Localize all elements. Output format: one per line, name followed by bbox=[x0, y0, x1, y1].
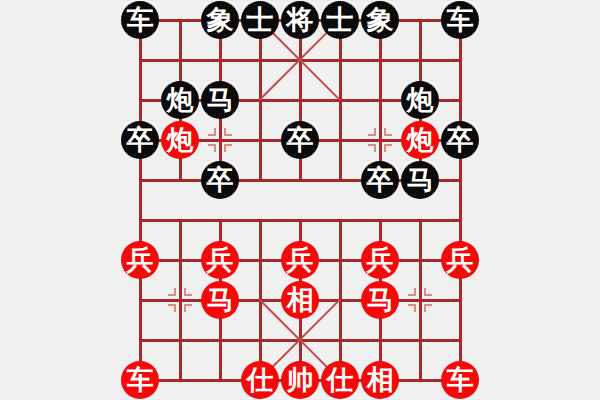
piece-black-soldier[interactable]: 卒 bbox=[121, 121, 159, 159]
point-marker-corner bbox=[184, 304, 192, 312]
piece-red-cannon[interactable]: 炮 bbox=[161, 121, 199, 159]
piece-black-advisor[interactable]: 士 bbox=[241, 1, 279, 39]
piece-black-general[interactable]: 将 bbox=[281, 1, 319, 39]
point-marker bbox=[208, 128, 232, 152]
piece-black-chariot[interactable]: 车 bbox=[121, 1, 159, 39]
point-marker-corner bbox=[424, 288, 432, 296]
piece-black-elephant[interactable]: 象 bbox=[361, 1, 399, 39]
piece-red-chariot[interactable]: 车 bbox=[441, 361, 479, 399]
point-marker-corner bbox=[384, 128, 392, 136]
piece-black-elephant[interactable]: 象 bbox=[201, 1, 239, 39]
piece-black-soldier[interactable]: 卒 bbox=[281, 121, 319, 159]
piece-red-general[interactable]: 帅 bbox=[281, 361, 319, 399]
piece-red-advisor[interactable]: 仕 bbox=[241, 361, 279, 399]
grid-line-vertical bbox=[459, 19, 462, 381]
piece-red-elephant[interactable]: 相 bbox=[361, 361, 399, 399]
point-marker-corner bbox=[368, 128, 376, 136]
grid-line-vertical bbox=[139, 19, 142, 381]
page-background: 车象士将士象车炮马炮卒卒卒卒卒马炮炮兵兵兵兵兵马相马车仕帅仕相车 bbox=[0, 0, 600, 400]
point-marker-corner bbox=[384, 144, 392, 152]
point-marker-corner bbox=[224, 144, 232, 152]
piece-red-horse[interactable]: 马 bbox=[201, 281, 239, 319]
point-marker-corner bbox=[208, 128, 216, 136]
piece-red-soldier[interactable]: 兵 bbox=[441, 241, 479, 279]
piece-red-soldier[interactable]: 兵 bbox=[201, 241, 239, 279]
piece-black-horse[interactable]: 马 bbox=[201, 81, 239, 119]
piece-black-soldier[interactable]: 卒 bbox=[441, 121, 479, 159]
xiangqi-board[interactable]: 车象士将士象车炮马炮卒卒卒卒卒马炮炮兵兵兵兵兵马相马车仕帅仕相车 bbox=[0, 0, 600, 400]
piece-red-horse[interactable]: 马 bbox=[361, 281, 399, 319]
piece-red-soldier[interactable]: 兵 bbox=[361, 241, 399, 279]
point-marker-corner bbox=[224, 128, 232, 136]
point-marker-corner bbox=[184, 288, 192, 296]
piece-black-soldier[interactable]: 卒 bbox=[201, 161, 239, 199]
point-marker-corner bbox=[208, 144, 216, 152]
point-marker-corner bbox=[408, 288, 416, 296]
point-marker-corner bbox=[368, 144, 376, 152]
point-marker-corner bbox=[424, 304, 432, 312]
piece-red-soldier[interactable]: 兵 bbox=[121, 241, 159, 279]
piece-red-elephant[interactable]: 相 bbox=[281, 281, 319, 319]
piece-red-chariot[interactable]: 车 bbox=[121, 361, 159, 399]
piece-black-chariot[interactable]: 车 bbox=[441, 1, 479, 39]
piece-black-cannon[interactable]: 炮 bbox=[401, 81, 439, 119]
point-marker-corner bbox=[168, 288, 176, 296]
point-marker bbox=[408, 288, 432, 312]
point-marker-corner bbox=[408, 304, 416, 312]
piece-red-cannon[interactable]: 炮 bbox=[401, 121, 439, 159]
piece-red-soldier[interactable]: 兵 bbox=[281, 241, 319, 279]
piece-black-advisor[interactable]: 士 bbox=[321, 1, 359, 39]
point-marker bbox=[168, 288, 192, 312]
point-marker-corner bbox=[168, 304, 176, 312]
piece-black-soldier[interactable]: 卒 bbox=[361, 161, 399, 199]
piece-black-cannon[interactable]: 炮 bbox=[161, 81, 199, 119]
grid-line-vertical bbox=[379, 19, 382, 181]
piece-red-advisor[interactable]: 仕 bbox=[321, 361, 359, 399]
piece-black-horse[interactable]: 马 bbox=[401, 161, 439, 199]
point-marker bbox=[368, 128, 392, 152]
